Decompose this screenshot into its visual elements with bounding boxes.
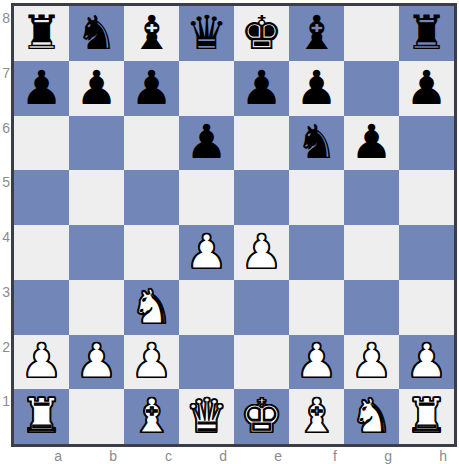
rank-label-5: 5: [0, 175, 10, 189]
square-g7[interactable]: [344, 61, 399, 116]
file-label-d: d: [179, 449, 234, 464]
chess-board: ♜♞♝♛♚♝♜♟♟♟♟♟♟♟♞♟♟♟♞♟♟♟♟♟♟♜♝♛♚♝♞♜: [11, 3, 457, 447]
piece-black-pawn[interactable]: ♟: [75, 64, 117, 113]
square-g5[interactable]: [344, 170, 399, 225]
rank-label-8: 8: [0, 11, 10, 25]
square-d6[interactable]: ♟: [179, 116, 234, 171]
square-h2[interactable]: ♟: [399, 335, 454, 390]
square-d4[interactable]: ♟: [179, 225, 234, 280]
rank-label-6: 6: [0, 121, 10, 135]
square-h8[interactable]: ♜: [399, 6, 454, 61]
piece-white-pawn[interactable]: ♟: [20, 337, 62, 386]
file-label-b: b: [69, 449, 124, 464]
square-f4[interactable]: [289, 225, 344, 280]
piece-black-rook[interactable]: ♜: [405, 9, 447, 58]
square-d8[interactable]: ♛: [179, 6, 234, 61]
square-d3[interactable]: [179, 280, 234, 335]
square-a8[interactable]: ♜: [14, 6, 69, 61]
square-f5[interactable]: [289, 170, 344, 225]
square-b2[interactable]: ♟: [69, 335, 124, 390]
square-h4[interactable]: [399, 225, 454, 280]
file-label-f: f: [289, 449, 344, 464]
piece-white-rook[interactable]: ♜: [405, 392, 447, 441]
file-label-c: c: [124, 449, 179, 464]
piece-black-bishop[interactable]: ♝: [130, 9, 172, 58]
square-a1[interactable]: ♜: [14, 389, 69, 444]
square-c8[interactable]: ♝: [124, 6, 179, 61]
square-d2[interactable]: [179, 335, 234, 390]
square-h6[interactable]: [399, 116, 454, 171]
piece-white-pawn[interactable]: ♟: [130, 337, 172, 386]
piece-white-pawn[interactable]: ♟: [295, 337, 337, 386]
square-b4[interactable]: [69, 225, 124, 280]
piece-black-pawn[interactable]: ♟: [130, 64, 172, 113]
piece-black-bishop[interactable]: ♝: [295, 9, 337, 58]
square-h3[interactable]: [399, 280, 454, 335]
rank-label-2: 2: [0, 340, 10, 354]
file-label-a: a: [14, 449, 69, 464]
square-a6[interactable]: [14, 116, 69, 171]
square-a4[interactable]: [14, 225, 69, 280]
square-e3[interactable]: [234, 280, 289, 335]
square-c2[interactable]: ♟: [124, 335, 179, 390]
square-g4[interactable]: [344, 225, 399, 280]
square-b7[interactable]: ♟: [69, 61, 124, 116]
square-d5[interactable]: [179, 170, 234, 225]
square-f3[interactable]: [289, 280, 344, 335]
piece-white-knight[interactable]: ♞: [130, 283, 172, 332]
piece-black-knight[interactable]: ♞: [295, 118, 337, 167]
piece-black-rook[interactable]: ♜: [20, 9, 62, 58]
square-h5[interactable]: [399, 170, 454, 225]
square-b8[interactable]: ♞: [69, 6, 124, 61]
file-label-g: g: [344, 449, 399, 464]
square-g1[interactable]: ♞: [344, 389, 399, 444]
square-f1[interactable]: ♝: [289, 389, 344, 444]
square-c4[interactable]: [124, 225, 179, 280]
square-g8[interactable]: [344, 6, 399, 61]
square-e6[interactable]: [234, 116, 289, 171]
square-g6[interactable]: ♟: [344, 116, 399, 171]
rank-label-1: 1: [0, 394, 10, 408]
piece-black-pawn[interactable]: ♟: [240, 64, 282, 113]
piece-black-pawn[interactable]: ♟: [20, 64, 62, 113]
square-h7[interactable]: ♟: [399, 61, 454, 116]
chess-board-panel: ♜♞♝♛♚♝♜♟♟♟♟♟♟♟♞♟♟♟♞♟♟♟♟♟♟♜♝♛♚♝♞♜ 8765432…: [0, 0, 459, 464]
piece-white-bishop[interactable]: ♝: [295, 392, 337, 441]
rank-label-7: 7: [0, 66, 10, 80]
piece-white-pawn[interactable]: ♟: [240, 228, 282, 277]
file-label-e: e: [234, 449, 289, 464]
square-b3[interactable]: [69, 280, 124, 335]
square-b5[interactable]: [69, 170, 124, 225]
square-b1[interactable]: [69, 389, 124, 444]
square-f8[interactable]: ♝: [289, 6, 344, 61]
square-f2[interactable]: ♟: [289, 335, 344, 390]
piece-white-bishop[interactable]: ♝: [130, 392, 172, 441]
piece-white-pawn[interactable]: ♟: [185, 228, 227, 277]
square-e2[interactable]: [234, 335, 289, 390]
square-a2[interactable]: ♟: [14, 335, 69, 390]
square-a3[interactable]: [14, 280, 69, 335]
square-d1[interactable]: ♛: [179, 389, 234, 444]
rank-label-3: 3: [0, 285, 10, 299]
square-c7[interactable]: ♟: [124, 61, 179, 116]
piece-white-pawn[interactable]: ♟: [405, 337, 447, 386]
square-c1[interactable]: ♝: [124, 389, 179, 444]
piece-white-king[interactable]: ♚: [240, 392, 282, 441]
square-h1[interactable]: ♜: [399, 389, 454, 444]
square-d7[interactable]: [179, 61, 234, 116]
square-a7[interactable]: ♟: [14, 61, 69, 116]
piece-white-pawn[interactable]: ♟: [75, 337, 117, 386]
piece-white-rook[interactable]: ♜: [20, 392, 62, 441]
square-f7[interactable]: ♟: [289, 61, 344, 116]
rank-label-4: 4: [0, 230, 10, 244]
square-e5[interactable]: [234, 170, 289, 225]
square-e7[interactable]: ♟: [234, 61, 289, 116]
piece-black-king[interactable]: ♚: [240, 9, 282, 58]
piece-white-queen[interactable]: ♛: [185, 392, 227, 441]
square-b6[interactable]: [69, 116, 124, 171]
square-e4[interactable]: ♟: [234, 225, 289, 280]
piece-black-knight[interactable]: ♞: [75, 9, 117, 58]
piece-black-queen[interactable]: ♛: [185, 9, 227, 58]
square-f6[interactable]: ♞: [289, 116, 344, 171]
square-g3[interactable]: [344, 280, 399, 335]
piece-black-pawn[interactable]: ♟: [350, 118, 392, 167]
square-e8[interactable]: ♚: [234, 6, 289, 61]
square-e1[interactable]: ♚: [234, 389, 289, 444]
square-c3[interactable]: ♞: [124, 280, 179, 335]
piece-white-knight[interactable]: ♞: [350, 392, 392, 441]
piece-black-pawn[interactable]: ♟: [295, 64, 337, 113]
square-g2[interactable]: ♟: [344, 335, 399, 390]
square-a5[interactable]: [14, 170, 69, 225]
file-label-h: h: [399, 449, 454, 464]
piece-white-pawn[interactable]: ♟: [350, 337, 392, 386]
piece-black-pawn[interactable]: ♟: [405, 64, 447, 113]
square-c6[interactable]: [124, 116, 179, 171]
piece-black-pawn[interactable]: ♟: [185, 118, 227, 167]
square-c5[interactable]: [124, 170, 179, 225]
